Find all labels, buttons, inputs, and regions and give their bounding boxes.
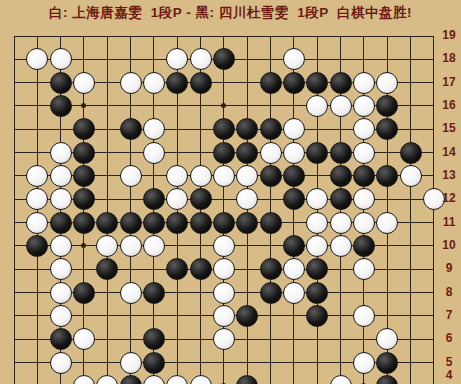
stone-white[interactable] bbox=[143, 235, 165, 257]
stone-white[interactable] bbox=[400, 165, 422, 187]
stone-white[interactable] bbox=[26, 48, 48, 70]
stone-white[interactable] bbox=[283, 118, 305, 140]
star-point bbox=[221, 103, 226, 108]
stone-white[interactable] bbox=[283, 142, 305, 164]
stone-black[interactable] bbox=[190, 258, 212, 280]
stone-white[interactable] bbox=[50, 352, 72, 374]
grid-vertical-line bbox=[107, 36, 108, 384]
stone-white[interactable] bbox=[166, 375, 188, 384]
stone-white[interactable] bbox=[236, 165, 258, 187]
stone-white[interactable] bbox=[213, 235, 235, 257]
row-label: 19 bbox=[437, 28, 461, 42]
stone-black[interactable] bbox=[400, 142, 422, 164]
stone-black[interactable] bbox=[376, 352, 398, 374]
stone-white[interactable] bbox=[283, 258, 305, 280]
stone-black[interactable] bbox=[283, 72, 305, 94]
stone-white[interactable] bbox=[353, 95, 375, 117]
stone-black[interactable] bbox=[50, 72, 72, 94]
row-label: 15 bbox=[437, 121, 461, 135]
stone-black[interactable] bbox=[96, 212, 118, 234]
row-label: 17 bbox=[437, 75, 461, 89]
stone-black[interactable] bbox=[166, 72, 188, 94]
stone-black[interactable] bbox=[213, 118, 235, 140]
stone-white[interactable] bbox=[213, 282, 235, 304]
stone-white[interactable] bbox=[120, 352, 142, 374]
stone-white[interactable] bbox=[306, 188, 328, 210]
stone-white[interactable] bbox=[353, 118, 375, 140]
stone-black[interactable] bbox=[213, 212, 235, 234]
stone-black[interactable] bbox=[330, 142, 352, 164]
stone-black[interactable] bbox=[143, 188, 165, 210]
stone-black[interactable] bbox=[96, 258, 118, 280]
stone-white[interactable] bbox=[190, 375, 212, 384]
stone-white[interactable] bbox=[213, 305, 235, 327]
stone-black[interactable] bbox=[73, 142, 95, 164]
game-title: 白: 上海唐嘉雯 1段P - 黑: 四川杜雪雯 1段P 白棋中盘胜! bbox=[0, 0, 461, 26]
row-label: 7 bbox=[437, 308, 461, 322]
stone-white[interactable] bbox=[330, 212, 352, 234]
stone-white[interactable] bbox=[166, 188, 188, 210]
stone-black[interactable] bbox=[236, 305, 258, 327]
row-label: 8 bbox=[437, 285, 461, 299]
stone-black[interactable] bbox=[236, 118, 258, 140]
stone-white[interactable] bbox=[120, 235, 142, 257]
stone-white[interactable] bbox=[353, 142, 375, 164]
stone-black[interactable] bbox=[353, 235, 375, 257]
stone-black[interactable] bbox=[306, 282, 328, 304]
stone-white[interactable] bbox=[96, 375, 118, 384]
stone-white[interactable] bbox=[50, 165, 72, 187]
star-point bbox=[81, 103, 86, 108]
row-label: 16 bbox=[437, 98, 461, 112]
star-point bbox=[81, 243, 86, 248]
stone-white[interactable] bbox=[143, 72, 165, 94]
stone-black[interactable] bbox=[236, 375, 258, 384]
row-label: 12 bbox=[437, 191, 461, 205]
stone-black[interactable] bbox=[376, 95, 398, 117]
stone-black[interactable] bbox=[73, 118, 95, 140]
stone-white[interactable] bbox=[283, 48, 305, 70]
row-label: 11 bbox=[437, 215, 461, 229]
stone-black[interactable] bbox=[213, 142, 235, 164]
stone-black[interactable] bbox=[306, 305, 328, 327]
stone-white[interactable] bbox=[143, 118, 165, 140]
stone-white[interactable] bbox=[376, 328, 398, 350]
stone-white[interactable] bbox=[50, 305, 72, 327]
stone-black[interactable] bbox=[143, 282, 165, 304]
stone-white[interactable] bbox=[376, 212, 398, 234]
stone-black[interactable] bbox=[50, 95, 72, 117]
stone-white[interactable] bbox=[120, 282, 142, 304]
stone-white[interactable] bbox=[353, 212, 375, 234]
row-label: 5 bbox=[437, 355, 461, 369]
stone-white[interactable] bbox=[353, 188, 375, 210]
stone-black[interactable] bbox=[306, 142, 328, 164]
stone-black[interactable] bbox=[190, 72, 212, 94]
stone-white[interactable] bbox=[50, 282, 72, 304]
stone-black[interactable] bbox=[283, 165, 305, 187]
stone-white[interactable] bbox=[353, 305, 375, 327]
stone-white[interactable] bbox=[26, 188, 48, 210]
stone-white[interactable] bbox=[73, 375, 95, 384]
stone-black[interactable] bbox=[190, 188, 212, 210]
stone-white[interactable] bbox=[353, 72, 375, 94]
stone-black[interactable] bbox=[143, 328, 165, 350]
stone-black[interactable] bbox=[330, 188, 352, 210]
stone-black[interactable] bbox=[166, 258, 188, 280]
grid-vertical-line bbox=[14, 36, 15, 384]
stone-white[interactable] bbox=[353, 352, 375, 374]
stone-black[interactable] bbox=[260, 282, 282, 304]
stone-black[interactable] bbox=[73, 212, 95, 234]
stone-black[interactable] bbox=[330, 72, 352, 94]
stone-white[interactable] bbox=[213, 328, 235, 350]
stone-white[interactable] bbox=[166, 48, 188, 70]
stone-black[interactable] bbox=[283, 235, 305, 257]
stone-black[interactable] bbox=[330, 165, 352, 187]
stone-black[interactable] bbox=[260, 212, 282, 234]
stone-black[interactable] bbox=[376, 375, 398, 384]
grid-horizontal-line bbox=[14, 36, 435, 37]
stone-black[interactable] bbox=[260, 118, 282, 140]
row-label: 10 bbox=[437, 238, 461, 252]
stone-black[interactable] bbox=[120, 118, 142, 140]
stone-black[interactable] bbox=[73, 165, 95, 187]
stone-black[interactable] bbox=[260, 165, 282, 187]
stone-white[interactable] bbox=[376, 72, 398, 94]
stone-black[interactable] bbox=[120, 212, 142, 234]
stone-black[interactable] bbox=[213, 48, 235, 70]
stone-white[interactable] bbox=[330, 375, 352, 384]
stone-white[interactable] bbox=[120, 165, 142, 187]
stone-white[interactable] bbox=[50, 188, 72, 210]
stone-black[interactable] bbox=[120, 375, 142, 384]
stone-white[interactable] bbox=[166, 165, 188, 187]
stone-white[interactable] bbox=[306, 212, 328, 234]
stone-white[interactable] bbox=[120, 72, 142, 94]
stone-white[interactable] bbox=[306, 95, 328, 117]
stone-black[interactable] bbox=[236, 142, 258, 164]
stone-black[interactable] bbox=[236, 212, 258, 234]
row-label: 4 bbox=[437, 368, 461, 382]
stone-black[interactable] bbox=[306, 72, 328, 94]
row-label: 18 bbox=[437, 51, 461, 65]
stone-black[interactable] bbox=[73, 188, 95, 210]
stone-black[interactable] bbox=[73, 282, 95, 304]
stone-white[interactable] bbox=[50, 48, 72, 70]
stone-white[interactable] bbox=[283, 282, 305, 304]
stone-black[interactable] bbox=[50, 212, 72, 234]
stone-white[interactable] bbox=[190, 165, 212, 187]
stone-white[interactable] bbox=[96, 235, 118, 257]
stone-black[interactable] bbox=[50, 328, 72, 350]
go-board-viewer: 白: 上海唐嘉雯 1段P - 黑: 四川杜雪雯 1段P 白棋中盘胜! 19181… bbox=[0, 0, 461, 384]
stone-white[interactable] bbox=[143, 375, 165, 384]
row-label: 9 bbox=[437, 261, 461, 275]
stone-black[interactable] bbox=[353, 165, 375, 187]
stone-white[interactable] bbox=[73, 72, 95, 94]
row-label: 6 bbox=[437, 331, 461, 345]
stone-black[interactable] bbox=[260, 258, 282, 280]
stone-white[interactable] bbox=[143, 142, 165, 164]
row-label: 14 bbox=[437, 145, 461, 159]
stone-black[interactable] bbox=[376, 118, 398, 140]
stone-black[interactable] bbox=[26, 235, 48, 257]
stone-white[interactable] bbox=[50, 235, 72, 257]
grid-vertical-line bbox=[410, 36, 411, 384]
stone-black[interactable] bbox=[260, 72, 282, 94]
stone-black[interactable] bbox=[376, 165, 398, 187]
stone-white[interactable] bbox=[330, 95, 352, 117]
stone-white[interactable] bbox=[50, 258, 72, 280]
stone-white[interactable] bbox=[190, 48, 212, 70]
stone-white[interactable] bbox=[306, 235, 328, 257]
stone-white[interactable] bbox=[73, 328, 95, 350]
stone-black[interactable] bbox=[143, 352, 165, 374]
stone-black[interactable] bbox=[283, 188, 305, 210]
stone-white[interactable] bbox=[236, 188, 258, 210]
stone-white[interactable] bbox=[213, 258, 235, 280]
stone-black[interactable] bbox=[306, 258, 328, 280]
stone-white[interactable] bbox=[330, 235, 352, 257]
stone-white[interactable] bbox=[50, 142, 72, 164]
stone-black[interactable] bbox=[190, 212, 212, 234]
stone-white[interactable] bbox=[353, 258, 375, 280]
stone-white[interactable] bbox=[213, 165, 235, 187]
stone-white[interactable] bbox=[260, 142, 282, 164]
row-label: 13 bbox=[437, 168, 461, 182]
stone-white[interactable] bbox=[26, 165, 48, 187]
stone-black[interactable] bbox=[143, 212, 165, 234]
stone-white[interactable] bbox=[26, 212, 48, 234]
stone-black[interactable] bbox=[166, 212, 188, 234]
